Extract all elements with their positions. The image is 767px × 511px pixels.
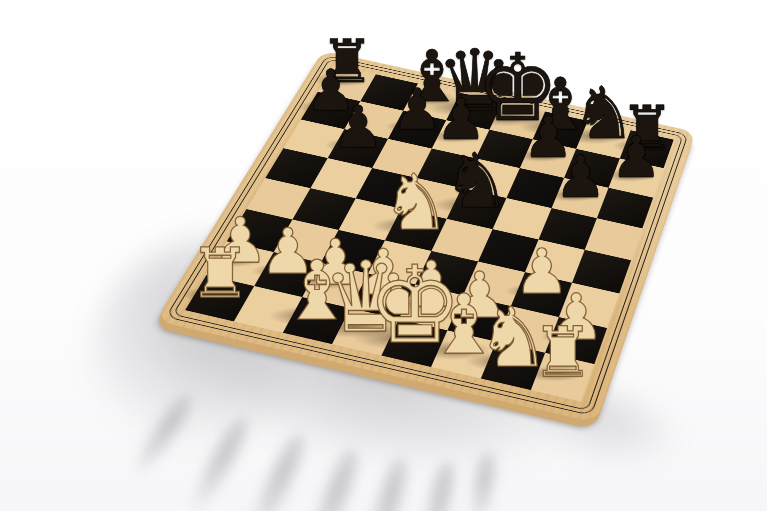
- piece-cast-shadow: [298, 444, 369, 511]
- piece-cast-shadow: [464, 450, 501, 511]
- piece-cast-shadow: [239, 428, 315, 511]
- product-photo-stage: ♜♝♛♚♝♞♜♟♟♟♟♟♟♟♞♞♟♟♟♟♟♟♟♟♜♝♛♚♝♞♜: [0, 0, 767, 511]
- piece-cast-shadow: [180, 411, 258, 511]
- piece-cast-shadow: [356, 454, 417, 511]
- chess-board: [155, 50, 695, 422]
- piece-cast-shadow: [124, 388, 201, 483]
- piece-cast-shadow: [414, 458, 463, 511]
